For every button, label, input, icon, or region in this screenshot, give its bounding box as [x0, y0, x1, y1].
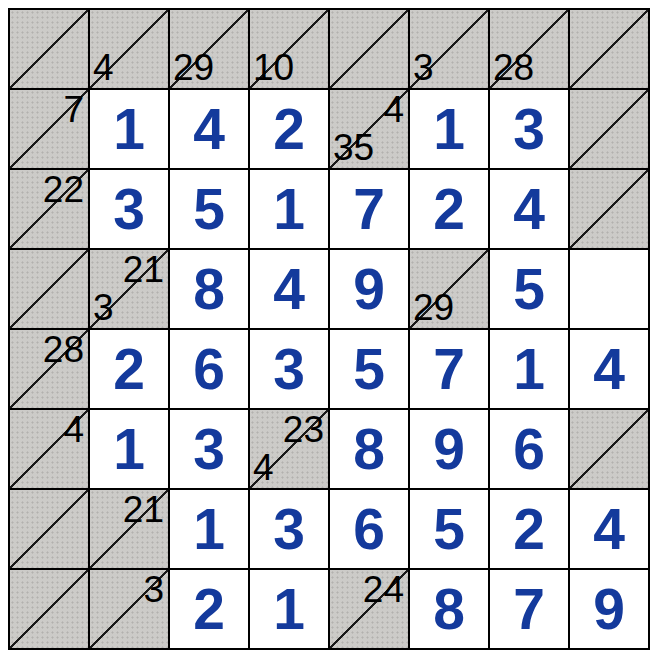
entry-value: 3 [193, 421, 225, 478]
cell-r5c4[interactable]: 8 [330, 410, 408, 488]
entry-value: 1 [273, 181, 305, 238]
entry-value: 2 [113, 341, 145, 398]
across-clue: 21 [123, 251, 164, 288]
cell-r3c7[interactable] [570, 250, 648, 328]
entry-value: 2 [433, 181, 465, 238]
cell-r7c2[interactable]: 2 [170, 570, 248, 648]
cell-r6c4[interactable]: 6 [330, 490, 408, 568]
entry-value: 5 [193, 181, 225, 238]
cell-r4c6[interactable]: 1 [490, 330, 568, 408]
down-clue: 29 [413, 289, 454, 326]
kakuro-board: 4291032871424351322351724213849295282635… [8, 8, 650, 650]
entry-value: 6 [353, 501, 385, 558]
across-clue: 4 [383, 91, 404, 128]
cell-r0c6: 28 [490, 10, 568, 88]
entry-value: 7 [513, 581, 545, 638]
entry-value: 8 [433, 581, 465, 638]
cell-r3c6[interactable]: 5 [490, 250, 568, 328]
entry-value: 9 [353, 261, 385, 318]
across-clue: 3 [143, 571, 164, 608]
entry-value: 6 [513, 421, 545, 478]
cell-r1c3[interactable]: 2 [250, 90, 328, 168]
cell-r7c6[interactable]: 7 [490, 570, 568, 648]
cell-r7c5[interactable]: 8 [410, 570, 488, 648]
cell-r7c4: 24 [330, 570, 408, 648]
entry-value: 7 [433, 341, 465, 398]
cell-r0c5: 3 [410, 10, 488, 88]
entry-value: 5 [513, 261, 545, 318]
cell-r0c0 [10, 10, 88, 88]
down-clue: 28 [493, 49, 534, 86]
across-clue: 28 [43, 331, 84, 368]
cell-r7c1: 3 [90, 570, 168, 648]
entry-value: 1 [433, 101, 465, 158]
cell-r3c0 [10, 250, 88, 328]
cell-r2c1[interactable]: 3 [90, 170, 168, 248]
cell-r4c7[interactable]: 4 [570, 330, 648, 408]
entry-value: 6 [193, 341, 225, 398]
entry-value: 1 [513, 341, 545, 398]
cell-r3c4[interactable]: 9 [330, 250, 408, 328]
down-clue: 10 [253, 49, 294, 86]
cell-r6c5[interactable]: 5 [410, 490, 488, 568]
cell-r0c7 [570, 10, 648, 88]
cell-r6c7[interactable]: 4 [570, 490, 648, 568]
entry-value: 7 [353, 181, 385, 238]
entry-value: 3 [513, 101, 545, 158]
cell-r7c3[interactable]: 1 [250, 570, 328, 648]
cell-r0c3: 10 [250, 10, 328, 88]
entry-value: 2 [513, 501, 545, 558]
entry-value: 9 [433, 421, 465, 478]
across-clue: 7 [63, 91, 84, 128]
cell-r5c3: 234 [250, 410, 328, 488]
entry-value: 1 [273, 581, 305, 638]
cell-r6c2[interactable]: 1 [170, 490, 248, 568]
cell-r1c7 [570, 90, 648, 168]
cell-r1c4: 435 [330, 90, 408, 168]
cell-r4c1[interactable]: 2 [90, 330, 168, 408]
entry-value: 3 [273, 501, 305, 558]
cell-r3c1: 213 [90, 250, 168, 328]
entry-value: 9 [593, 581, 625, 638]
cell-r4c5[interactable]: 7 [410, 330, 488, 408]
cell-r2c0: 22 [10, 170, 88, 248]
cell-r5c5[interactable]: 9 [410, 410, 488, 488]
down-clue: 3 [93, 289, 114, 326]
across-clue: 21 [123, 491, 164, 528]
cell-r5c0: 4 [10, 410, 88, 488]
cell-r0c4 [330, 10, 408, 88]
cell-r5c6[interactable]: 6 [490, 410, 568, 488]
cell-r2c4[interactable]: 7 [330, 170, 408, 248]
cell-r5c7 [570, 410, 648, 488]
down-clue: 4 [253, 449, 274, 486]
cell-r1c2[interactable]: 4 [170, 90, 248, 168]
cell-r1c6[interactable]: 3 [490, 90, 568, 168]
entry-value: 1 [113, 421, 145, 478]
cell-r6c3[interactable]: 3 [250, 490, 328, 568]
entry-value: 3 [113, 181, 145, 238]
across-clue: 4 [63, 411, 84, 448]
cell-r1c5[interactable]: 1 [410, 90, 488, 168]
cell-r6c6[interactable]: 2 [490, 490, 568, 568]
cell-r3c3[interactable]: 4 [250, 250, 328, 328]
cell-r2c5[interactable]: 2 [410, 170, 488, 248]
cell-r5c1[interactable]: 1 [90, 410, 168, 488]
cell-r1c1[interactable]: 1 [90, 90, 168, 168]
cell-r3c2[interactable]: 8 [170, 250, 248, 328]
cell-r4c4[interactable]: 5 [330, 330, 408, 408]
entry-value: 4 [273, 261, 305, 318]
cell-r0c1: 4 [90, 10, 168, 88]
cell-r0c2: 29 [170, 10, 248, 88]
down-clue: 3 [413, 49, 434, 86]
across-clue: 24 [363, 571, 404, 608]
cell-r1c0: 7 [10, 90, 88, 168]
entry-value: 4 [593, 341, 625, 398]
down-clue: 4 [93, 49, 114, 86]
cell-r7c0 [10, 570, 88, 648]
entry-value: 4 [193, 101, 225, 158]
cell-r2c7 [570, 170, 648, 248]
cell-r6c0 [10, 490, 88, 568]
cell-r2c2[interactable]: 5 [170, 170, 248, 248]
entry-value: 4 [513, 181, 545, 238]
cell-r4c3[interactable]: 3 [250, 330, 328, 408]
cell-r4c0: 28 [10, 330, 88, 408]
cell-r5c2[interactable]: 3 [170, 410, 248, 488]
entry-value: 2 [273, 101, 305, 158]
entry-value: 8 [193, 261, 225, 318]
down-clue: 29 [173, 49, 214, 86]
entry-value: 3 [273, 341, 305, 398]
cell-r6c1: 21 [90, 490, 168, 568]
entry-value: 5 [433, 501, 465, 558]
cell-r2c3[interactable]: 1 [250, 170, 328, 248]
across-clue: 22 [43, 171, 84, 208]
entry-value: 1 [193, 501, 225, 558]
entry-value: 4 [593, 501, 625, 558]
cell-r3c5: 29 [410, 250, 488, 328]
entry-value: 5 [353, 341, 385, 398]
across-clue: 23 [283, 411, 324, 448]
entry-value: 1 [113, 101, 145, 158]
cell-r2c6[interactable]: 4 [490, 170, 568, 248]
cell-r4c2[interactable]: 6 [170, 330, 248, 408]
cell-r7c7[interactable]: 9 [570, 570, 648, 648]
down-clue: 35 [333, 129, 374, 166]
entry-value: 8 [353, 421, 385, 478]
entry-value: 2 [193, 581, 225, 638]
